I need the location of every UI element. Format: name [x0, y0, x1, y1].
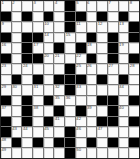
white-cell[interactable]	[54, 22, 64, 32]
white-cell[interactable]	[119, 148, 129, 158]
white-cell[interactable]: 21	[54, 54, 64, 64]
white-cell[interactable]	[87, 85, 97, 95]
white-cell[interactable]: 5	[76, 1, 86, 11]
white-cell[interactable]: 22	[76, 54, 86, 64]
white-cell[interactable]	[76, 96, 86, 106]
white-cell[interactable]	[33, 12, 43, 22]
white-cell[interactable]	[1, 75, 11, 85]
white-cell[interactable]	[22, 148, 32, 158]
white-cell[interactable]: 7	[108, 1, 118, 11]
white-cell[interactable]: 33	[76, 85, 86, 95]
clue-number: 45	[44, 127, 49, 132]
white-cell[interactable]: 8	[129, 1, 139, 11]
white-cell[interactable]	[54, 64, 64, 74]
black-cell	[22, 43, 32, 53]
black-cell	[97, 12, 107, 22]
white-cell[interactable]	[12, 54, 22, 64]
black-cell	[129, 33, 139, 43]
white-cell[interactable]	[12, 148, 22, 158]
white-cell[interactable]: 3	[33, 1, 43, 11]
white-cell[interactable]	[97, 43, 107, 53]
white-cell[interactable]: 47	[97, 127, 107, 137]
black-cell	[44, 96, 54, 106]
white-cell[interactable]	[44, 148, 54, 158]
black-cell	[108, 96, 118, 106]
white-cell[interactable]: 24	[22, 64, 32, 74]
clue-number: 41	[55, 117, 60, 122]
black-cell	[129, 138, 139, 148]
white-cell[interactable]	[33, 22, 43, 32]
white-cell[interactable]	[44, 1, 54, 11]
white-cell[interactable]	[87, 22, 97, 32]
clue-number: 1	[2, 1, 4, 6]
white-cell[interactable]	[87, 96, 97, 106]
white-cell[interactable]: 29	[1, 85, 11, 95]
black-cell	[22, 117, 32, 127]
white-cell[interactable]: 45	[44, 127, 54, 137]
white-cell[interactable]	[108, 75, 118, 85]
clue-number: 12	[98, 22, 103, 27]
white-cell[interactable]	[33, 117, 43, 127]
clue-number: 38	[34, 106, 39, 111]
white-cell[interactable]	[44, 138, 54, 148]
white-cell[interactable]	[65, 54, 75, 64]
black-cell	[65, 85, 75, 95]
clue-number: 44	[23, 127, 28, 132]
white-cell[interactable]	[119, 64, 129, 74]
white-cell[interactable]	[108, 12, 118, 22]
white-cell[interactable]: 19	[119, 43, 129, 53]
black-cell	[22, 96, 32, 106]
white-cell[interactable]	[119, 127, 129, 137]
white-cell[interactable]	[22, 138, 32, 148]
white-cell[interactable]	[76, 138, 86, 148]
black-cell	[108, 54, 118, 64]
white-cell[interactable]	[108, 127, 118, 137]
black-cell	[1, 127, 11, 137]
white-cell[interactable]: 46	[76, 127, 86, 137]
black-cell	[22, 54, 32, 64]
white-cell[interactable]: 36	[65, 96, 75, 106]
white-cell[interactable]	[119, 138, 129, 148]
white-cell[interactable]: 50	[76, 148, 86, 158]
white-cell[interactable]: 23	[1, 64, 11, 74]
black-cell	[22, 106, 32, 116]
black-cell	[108, 106, 118, 116]
white-cell[interactable]	[65, 117, 75, 127]
black-cell	[129, 96, 139, 106]
white-cell[interactable]	[87, 117, 97, 127]
black-cell	[54, 138, 64, 148]
black-cell	[65, 64, 75, 74]
black-cell	[65, 148, 75, 158]
clue-number: 18	[87, 43, 92, 48]
clue-number: 49	[2, 148, 7, 153]
clue-number: 28	[130, 64, 135, 69]
white-cell[interactable]	[12, 22, 22, 32]
clue-number: 30	[12, 85, 17, 90]
clue-number: 21	[55, 54, 60, 59]
clue-number: 27	[108, 64, 113, 69]
white-cell[interactable]	[129, 12, 139, 22]
clue-number: 5	[76, 1, 78, 6]
clue-number: 4	[55, 1, 57, 6]
clue-number: 36	[66, 96, 71, 101]
white-cell[interactable]	[33, 96, 43, 106]
white-cell[interactable]: 31	[33, 85, 43, 95]
black-cell	[129, 117, 139, 127]
white-cell[interactable]	[129, 127, 139, 137]
white-cell[interactable]: 34	[119, 85, 129, 95]
black-cell	[44, 12, 54, 22]
clue-number: 34	[119, 85, 124, 90]
black-cell	[22, 12, 32, 22]
black-cell	[33, 75, 43, 85]
white-cell[interactable]: 18	[87, 43, 97, 53]
white-cell[interactable]: 35	[54, 96, 64, 106]
clue-number: 26	[87, 64, 92, 69]
white-cell[interactable]: 28	[129, 64, 139, 74]
black-cell	[1, 54, 11, 64]
white-cell[interactable]: 2	[12, 1, 22, 11]
black-cell	[65, 22, 75, 32]
white-cell[interactable]: 25	[76, 64, 86, 74]
black-cell	[22, 33, 32, 43]
white-cell[interactable]	[12, 43, 22, 53]
white-cell[interactable]	[129, 43, 139, 53]
white-cell[interactable]	[44, 75, 54, 85]
black-cell	[87, 33, 97, 43]
clue-number: 19	[119, 43, 124, 48]
clue-number: 31	[34, 85, 39, 90]
white-cell[interactable]: 15	[65, 33, 75, 43]
white-cell[interactable]: 14	[44, 33, 54, 43]
white-cell[interactable]: 37	[1, 106, 11, 116]
black-cell	[76, 106, 86, 116]
white-cell[interactable]	[87, 12, 97, 22]
black-cell	[76, 43, 86, 53]
white-cell[interactable]	[12, 12, 22, 22]
white-cell[interactable]: 40	[119, 106, 129, 116]
clue-number: 48	[2, 138, 7, 143]
clue-number: 23	[2, 64, 7, 69]
black-cell	[108, 43, 118, 53]
white-cell[interactable]: 4	[54, 1, 64, 11]
white-cell[interactable]	[22, 1, 32, 11]
white-cell[interactable]	[54, 12, 64, 22]
white-cell[interactable]	[119, 117, 129, 127]
clue-number: 35	[55, 96, 60, 101]
white-cell[interactable]: 26	[87, 64, 97, 74]
white-cell[interactable]	[44, 64, 54, 74]
clue-number: 8	[130, 1, 132, 6]
black-cell	[87, 138, 97, 148]
white-cell[interactable]: 20	[44, 54, 54, 64]
black-cell	[1, 33, 11, 43]
clue-number: 47	[98, 127, 103, 132]
white-cell[interactable]: 9	[1, 22, 11, 32]
white-cell[interactable]	[44, 85, 54, 95]
clue-number: 15	[66, 33, 71, 38]
white-cell[interactable]	[12, 33, 22, 43]
clue-number: 20	[44, 54, 49, 59]
black-cell	[97, 75, 107, 85]
white-cell[interactable]: 17	[33, 43, 43, 53]
black-cell	[129, 22, 139, 32]
clue-number: 3	[34, 1, 36, 6]
white-cell[interactable]	[54, 33, 64, 43]
clue-number: 10	[44, 22, 49, 27]
white-cell[interactable]	[119, 96, 129, 106]
clue-number: 42	[76, 117, 81, 122]
white-cell[interactable]: 32	[54, 85, 64, 95]
white-cell[interactable]	[33, 148, 43, 158]
white-cell[interactable]	[129, 75, 139, 85]
white-cell[interactable]	[22, 75, 32, 85]
white-cell[interactable]	[44, 106, 54, 116]
white-cell[interactable]	[129, 85, 139, 95]
white-cell[interactable]	[12, 106, 22, 116]
black-cell	[65, 1, 75, 11]
white-cell[interactable]	[33, 127, 43, 137]
white-cell[interactable]: 43	[12, 127, 22, 137]
white-cell[interactable]: 48	[1, 138, 11, 148]
white-cell[interactable]: 1	[1, 1, 11, 11]
black-cell	[65, 138, 75, 148]
black-cell	[12, 75, 22, 85]
black-cell	[108, 33, 118, 43]
clue-number: 17	[34, 43, 39, 48]
black-cell	[1, 12, 11, 22]
black-cell	[108, 117, 118, 127]
clue-number: 24	[23, 64, 28, 69]
white-cell[interactable]: 30	[12, 85, 22, 95]
white-cell[interactable]	[97, 85, 107, 95]
black-cell	[1, 96, 11, 106]
white-cell[interactable]	[97, 64, 107, 74]
black-cell	[97, 96, 107, 106]
white-cell[interactable]: 27	[108, 64, 118, 74]
black-cell	[65, 127, 75, 137]
white-cell[interactable]: 12	[97, 22, 107, 32]
clue-number: 13	[119, 22, 124, 27]
black-cell	[65, 75, 75, 85]
white-cell[interactable]: 10	[44, 22, 54, 32]
clue-number: 7	[108, 1, 110, 6]
clue-number: 40	[119, 106, 124, 111]
white-cell[interactable]	[33, 64, 43, 74]
white-cell[interactable]: 39	[87, 106, 97, 116]
white-cell[interactable]	[54, 127, 64, 137]
white-cell[interactable]	[97, 33, 107, 43]
white-cell[interactable]	[22, 22, 32, 32]
black-cell	[33, 33, 43, 43]
black-cell	[54, 75, 64, 85]
clue-number: 22	[76, 54, 81, 59]
black-cell	[87, 54, 97, 64]
black-cell	[12, 138, 22, 148]
black-cell	[1, 117, 11, 127]
white-cell[interactable]	[97, 54, 107, 64]
white-cell[interactable]	[76, 33, 86, 43]
white-cell[interactable]: 42	[76, 117, 86, 127]
white-cell[interactable]	[65, 106, 75, 116]
clue-number: 2	[12, 1, 14, 6]
black-cell	[108, 138, 118, 148]
white-cell[interactable]: 38	[33, 106, 43, 116]
black-cell	[33, 138, 43, 148]
white-cell[interactable]: 13	[119, 22, 129, 32]
white-cell[interactable]: 11	[76, 22, 86, 32]
white-cell[interactable]: 41	[54, 117, 64, 127]
white-cell[interactable]: 49	[1, 148, 11, 158]
white-cell[interactable]	[65, 43, 75, 53]
white-cell[interactable]	[108, 148, 118, 158]
clue-number: 39	[87, 106, 92, 111]
white-cell[interactable]	[97, 138, 107, 148]
clue-number: 11	[76, 22, 80, 27]
clue-number: 9	[2, 22, 4, 27]
white-cell[interactable]: 16	[1, 43, 11, 53]
clue-number: 37	[2, 106, 7, 111]
clue-number: 43	[12, 127, 17, 132]
white-cell[interactable]	[108, 22, 118, 32]
clue-number: 32	[55, 85, 60, 90]
black-cell	[119, 12, 129, 22]
clue-number: 50	[76, 148, 81, 153]
black-cell	[76, 12, 86, 22]
white-cell[interactable]	[129, 106, 139, 116]
white-cell[interactable]	[12, 117, 22, 127]
clue-number: 46	[76, 127, 81, 132]
white-cell[interactable]	[87, 75, 97, 85]
white-cell[interactable]	[97, 106, 107, 116]
white-cell[interactable]	[119, 1, 129, 11]
black-cell	[54, 106, 64, 116]
black-cell	[33, 54, 43, 64]
white-cell[interactable]	[87, 148, 97, 158]
clue-number: 33	[76, 85, 81, 90]
clue-number: 14	[44, 33, 49, 38]
clue-number: 16	[2, 43, 7, 48]
white-cell[interactable]	[97, 148, 107, 158]
white-cell[interactable]	[22, 85, 32, 95]
white-cell[interactable]: 6	[87, 1, 97, 11]
white-cell[interactable]	[87, 127, 97, 137]
white-cell[interactable]	[12, 64, 22, 74]
clue-number: 29	[2, 85, 7, 90]
white-cell[interactable]: 44	[22, 127, 32, 137]
black-cell	[54, 43, 64, 53]
black-cell	[44, 117, 54, 127]
black-cell	[129, 54, 139, 64]
clue-number: 6	[87, 1, 89, 6]
black-cell	[65, 12, 75, 22]
white-cell[interactable]	[54, 148, 64, 158]
white-cell[interactable]	[44, 43, 54, 53]
black-cell	[119, 75, 129, 85]
crossword-grid: 1234567891011121314151617181920212223242…	[0, 0, 140, 159]
white-cell[interactable]	[119, 33, 129, 43]
clue-number: 25	[76, 64, 81, 69]
white-cell[interactable]	[108, 85, 118, 95]
black-cell	[76, 75, 86, 85]
white-cell[interactable]	[129, 148, 139, 158]
white-cell[interactable]	[97, 1, 107, 11]
black-cell	[97, 117, 107, 127]
white-cell[interactable]	[119, 54, 129, 64]
white-cell[interactable]	[12, 96, 22, 106]
